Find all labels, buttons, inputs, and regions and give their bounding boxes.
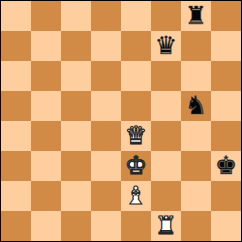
square-a5[interactable] — [1, 91, 31, 121]
square-f6[interactable] — [151, 61, 181, 91]
square-f4[interactable] — [151, 121, 181, 151]
square-h4[interactable] — [211, 121, 241, 151]
square-c6[interactable] — [61, 61, 91, 91]
square-g7[interactable] — [181, 31, 211, 61]
square-f5[interactable] — [151, 91, 181, 121]
square-b1[interactable] — [31, 211, 61, 241]
square-d4[interactable] — [91, 121, 121, 151]
square-a6[interactable] — [1, 61, 31, 91]
square-e3[interactable]: ♚ — [121, 151, 151, 181]
square-e6[interactable] — [121, 61, 151, 91]
square-h6[interactable] — [211, 61, 241, 91]
square-b4[interactable] — [31, 121, 61, 151]
square-a3[interactable] — [1, 151, 31, 181]
black-knight-g5[interactable]: ♞ — [185, 91, 207, 121]
square-d7[interactable] — [91, 31, 121, 61]
chess-board: ♜♛♞♛♚♚♝♜ — [1, 1, 241, 241]
square-f7[interactable]: ♛ — [151, 31, 181, 61]
square-g3[interactable] — [181, 151, 211, 181]
square-g1[interactable] — [181, 211, 211, 241]
square-a1[interactable] — [1, 211, 31, 241]
square-a8[interactable] — [1, 1, 31, 31]
square-a2[interactable] — [1, 181, 31, 211]
square-b2[interactable] — [31, 181, 61, 211]
square-g4[interactable] — [181, 121, 211, 151]
square-d3[interactable] — [91, 151, 121, 181]
square-b8[interactable] — [31, 1, 61, 31]
square-b7[interactable] — [31, 31, 61, 61]
square-d1[interactable] — [91, 211, 121, 241]
square-e7[interactable] — [121, 31, 151, 61]
square-e5[interactable] — [121, 91, 151, 121]
square-g5[interactable]: ♞ — [181, 91, 211, 121]
white-rook-f1[interactable]: ♜ — [155, 211, 177, 241]
black-rook-g8[interactable]: ♜ — [185, 1, 207, 31]
chess-board-frame: ♜♛♞♛♚♚♝♜ — [0, 0, 242, 242]
square-e1[interactable] — [121, 211, 151, 241]
square-d6[interactable] — [91, 61, 121, 91]
square-h3[interactable]: ♚ — [211, 151, 241, 181]
white-king-e3[interactable]: ♚ — [125, 151, 147, 181]
square-e4[interactable]: ♛ — [121, 121, 151, 151]
square-a7[interactable] — [1, 31, 31, 61]
square-f3[interactable] — [151, 151, 181, 181]
black-king-h3[interactable]: ♚ — [215, 151, 237, 181]
square-d5[interactable] — [91, 91, 121, 121]
square-d8[interactable] — [91, 1, 121, 31]
square-c2[interactable] — [61, 181, 91, 211]
white-queen-e4[interactable]: ♛ — [125, 121, 147, 151]
square-c7[interactable] — [61, 31, 91, 61]
square-e8[interactable] — [121, 1, 151, 31]
square-g8[interactable]: ♜ — [181, 1, 211, 31]
square-h5[interactable] — [211, 91, 241, 121]
square-h7[interactable] — [211, 31, 241, 61]
square-c1[interactable] — [61, 211, 91, 241]
square-f2[interactable] — [151, 181, 181, 211]
square-f8[interactable] — [151, 1, 181, 31]
square-e2[interactable]: ♝ — [121, 181, 151, 211]
black-queen-f7[interactable]: ♛ — [155, 31, 177, 61]
square-h2[interactable] — [211, 181, 241, 211]
square-d2[interactable] — [91, 181, 121, 211]
square-g2[interactable] — [181, 181, 211, 211]
square-b6[interactable] — [31, 61, 61, 91]
square-g6[interactable] — [181, 61, 211, 91]
white-bishop-e2[interactable]: ♝ — [125, 181, 147, 211]
square-f1[interactable]: ♜ — [151, 211, 181, 241]
square-c5[interactable] — [61, 91, 91, 121]
square-a4[interactable] — [1, 121, 31, 151]
square-c8[interactable] — [61, 1, 91, 31]
square-c4[interactable] — [61, 121, 91, 151]
square-b5[interactable] — [31, 91, 61, 121]
square-b3[interactable] — [31, 151, 61, 181]
square-h1[interactable] — [211, 211, 241, 241]
square-h8[interactable] — [211, 1, 241, 31]
square-c3[interactable] — [61, 151, 91, 181]
